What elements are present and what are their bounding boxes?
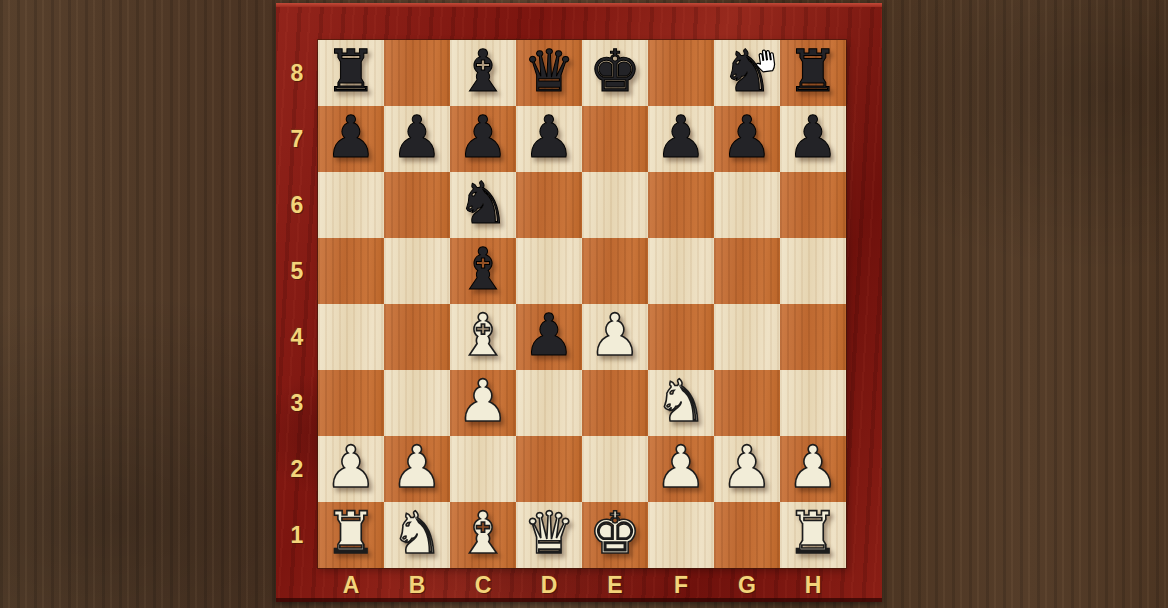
square-a6[interactable] bbox=[318, 172, 384, 238]
square-d8[interactable]: ♛ bbox=[516, 40, 582, 106]
file-label-c: C bbox=[450, 568, 516, 602]
square-a1[interactable]: ♜ bbox=[318, 502, 384, 568]
square-e4[interactable]: ♟ bbox=[582, 304, 648, 370]
square-a3[interactable] bbox=[318, 370, 384, 436]
square-d4[interactable]: ♟ bbox=[516, 304, 582, 370]
white-knight[interactable]: ♞ bbox=[391, 504, 443, 562]
chess-board-frame: 8 7 6 5 4 3 2 1 ♜♝♛♚♞♜♟♟♟♟♟♟♟♞♝♝♟♟♟♞♟♟♟♟… bbox=[276, 3, 882, 602]
white-pawn[interactable]: ♟ bbox=[325, 438, 377, 496]
square-f5[interactable] bbox=[648, 238, 714, 304]
white-pawn[interactable]: ♟ bbox=[589, 306, 641, 364]
white-bishop[interactable]: ♝ bbox=[457, 504, 509, 562]
rank-label-2: 2 bbox=[276, 436, 318, 502]
square-c1[interactable]: ♝ bbox=[450, 502, 516, 568]
square-f8[interactable] bbox=[648, 40, 714, 106]
square-g5[interactable] bbox=[714, 238, 780, 304]
square-c7[interactable]: ♟ bbox=[450, 106, 516, 172]
square-g2[interactable]: ♟ bbox=[714, 436, 780, 502]
black-pawn[interactable]: ♟ bbox=[721, 108, 773, 166]
file-label-a: A bbox=[318, 568, 384, 602]
black-bishop[interactable]: ♝ bbox=[457, 42, 509, 100]
square-c4[interactable]: ♝ bbox=[450, 304, 516, 370]
square-e5[interactable] bbox=[582, 238, 648, 304]
page-background: 8 7 6 5 4 3 2 1 ♜♝♛♚♞♜♟♟♟♟♟♟♟♞♝♝♟♟♟♞♟♟♟♟… bbox=[0, 0, 1168, 608]
square-b1[interactable]: ♞ bbox=[384, 502, 450, 568]
rank-label-5: 5 bbox=[276, 238, 318, 304]
black-pawn[interactable]: ♟ bbox=[523, 306, 575, 364]
square-h2[interactable]: ♟ bbox=[780, 436, 846, 502]
square-b5[interactable] bbox=[384, 238, 450, 304]
square-d6[interactable] bbox=[516, 172, 582, 238]
square-h1[interactable]: ♜ bbox=[780, 502, 846, 568]
square-h7[interactable]: ♟ bbox=[780, 106, 846, 172]
square-g8[interactable]: ♞ bbox=[714, 40, 780, 106]
white-pawn[interactable]: ♟ bbox=[391, 438, 443, 496]
black-knight[interactable]: ♞ bbox=[721, 42, 773, 100]
square-b7[interactable]: ♟ bbox=[384, 106, 450, 172]
white-pawn[interactable]: ♟ bbox=[787, 438, 839, 496]
square-h8[interactable]: ♜ bbox=[780, 40, 846, 106]
square-g6[interactable] bbox=[714, 172, 780, 238]
square-f3[interactable]: ♞ bbox=[648, 370, 714, 436]
rank-label-7: 7 bbox=[276, 106, 318, 172]
square-a8[interactable]: ♜ bbox=[318, 40, 384, 106]
black-pawn[interactable]: ♟ bbox=[457, 108, 509, 166]
square-f7[interactable]: ♟ bbox=[648, 106, 714, 172]
file-label-g: G bbox=[714, 568, 780, 602]
black-pawn[interactable]: ♟ bbox=[655, 108, 707, 166]
square-c5[interactable]: ♝ bbox=[450, 238, 516, 304]
square-f4[interactable] bbox=[648, 304, 714, 370]
white-pawn[interactable]: ♟ bbox=[721, 438, 773, 496]
black-rook[interactable]: ♜ bbox=[787, 42, 839, 100]
square-b4[interactable] bbox=[384, 304, 450, 370]
file-label-b: B bbox=[384, 568, 450, 602]
file-label-e: E bbox=[582, 568, 648, 602]
square-d7[interactable]: ♟ bbox=[516, 106, 582, 172]
rank-label-6: 6 bbox=[276, 172, 318, 238]
black-bishop[interactable]: ♝ bbox=[457, 240, 509, 298]
file-labels: A B C D E F G H bbox=[318, 568, 846, 602]
square-a4[interactable] bbox=[318, 304, 384, 370]
black-knight[interactable]: ♞ bbox=[457, 174, 509, 232]
square-b3[interactable] bbox=[384, 370, 450, 436]
white-king[interactable]: ♚ bbox=[589, 504, 641, 562]
black-pawn[interactable]: ♟ bbox=[787, 108, 839, 166]
square-c3[interactable]: ♟ bbox=[450, 370, 516, 436]
square-e2[interactable] bbox=[582, 436, 648, 502]
chess-board[interactable]: ♜♝♛♚♞♜♟♟♟♟♟♟♟♞♝♝♟♟♟♞♟♟♟♟♟♜♞♝♛♚♜ bbox=[318, 40, 846, 568]
rank-label-3: 3 bbox=[276, 370, 318, 436]
square-a5[interactable] bbox=[318, 238, 384, 304]
black-rook[interactable]: ♜ bbox=[325, 42, 377, 100]
square-h4[interactable] bbox=[780, 304, 846, 370]
square-h5[interactable] bbox=[780, 238, 846, 304]
square-b8[interactable] bbox=[384, 40, 450, 106]
square-e1[interactable]: ♚ bbox=[582, 502, 648, 568]
file-label-d: D bbox=[516, 568, 582, 602]
square-h3[interactable] bbox=[780, 370, 846, 436]
square-c6[interactable]: ♞ bbox=[450, 172, 516, 238]
white-pawn[interactable]: ♟ bbox=[655, 438, 707, 496]
black-pawn[interactable]: ♟ bbox=[391, 108, 443, 166]
square-b2[interactable]: ♟ bbox=[384, 436, 450, 502]
square-f2[interactable]: ♟ bbox=[648, 436, 714, 502]
black-queen[interactable]: ♛ bbox=[523, 42, 575, 100]
square-c8[interactable]: ♝ bbox=[450, 40, 516, 106]
rank-label-4: 4 bbox=[276, 304, 318, 370]
square-g7[interactable]: ♟ bbox=[714, 106, 780, 172]
square-b6[interactable] bbox=[384, 172, 450, 238]
square-e3[interactable] bbox=[582, 370, 648, 436]
black-king[interactable]: ♚ bbox=[589, 42, 641, 100]
white-rook[interactable]: ♜ bbox=[325, 504, 377, 562]
square-c2[interactable] bbox=[450, 436, 516, 502]
square-d1[interactable]: ♛ bbox=[516, 502, 582, 568]
rank-label-1: 1 bbox=[276, 502, 318, 568]
square-h6[interactable] bbox=[780, 172, 846, 238]
white-knight[interactable]: ♞ bbox=[655, 372, 707, 430]
square-d3[interactable] bbox=[516, 370, 582, 436]
square-e6[interactable] bbox=[582, 172, 648, 238]
rank-label-8: 8 bbox=[276, 40, 318, 106]
square-g3[interactable] bbox=[714, 370, 780, 436]
square-e8[interactable]: ♚ bbox=[582, 40, 648, 106]
white-queen[interactable]: ♛ bbox=[523, 504, 575, 562]
square-g4[interactable] bbox=[714, 304, 780, 370]
square-a7[interactable]: ♟ bbox=[318, 106, 384, 172]
square-a2[interactable]: ♟ bbox=[318, 436, 384, 502]
file-label-h: H bbox=[780, 568, 846, 602]
white-pawn[interactable]: ♟ bbox=[457, 372, 509, 430]
square-f6[interactable] bbox=[648, 172, 714, 238]
square-g1[interactable] bbox=[714, 502, 780, 568]
white-bishop[interactable]: ♝ bbox=[457, 306, 509, 364]
square-d2[interactable] bbox=[516, 436, 582, 502]
square-e7[interactable] bbox=[582, 106, 648, 172]
rank-labels: 8 7 6 5 4 3 2 1 bbox=[276, 40, 318, 568]
square-d5[interactable] bbox=[516, 238, 582, 304]
black-pawn[interactable]: ♟ bbox=[325, 108, 377, 166]
square-f1[interactable] bbox=[648, 502, 714, 568]
white-rook[interactable]: ♜ bbox=[787, 504, 839, 562]
file-label-f: F bbox=[648, 568, 714, 602]
black-pawn[interactable]: ♟ bbox=[523, 108, 575, 166]
